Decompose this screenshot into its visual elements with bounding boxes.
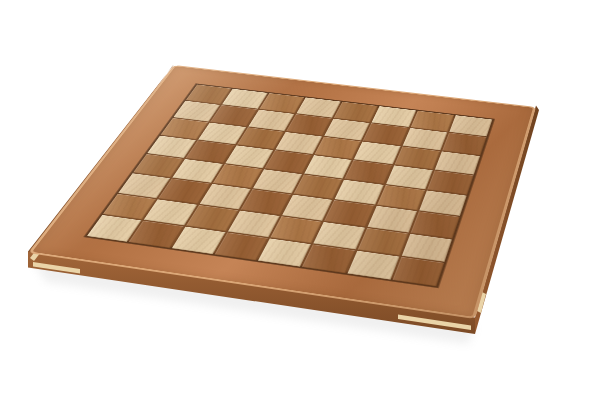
product-photo-scene [0, 0, 600, 400]
square-h1 [392, 257, 444, 287]
square-g1 [347, 251, 399, 280]
square-f1 [302, 244, 355, 273]
board-grid [84, 84, 494, 288]
